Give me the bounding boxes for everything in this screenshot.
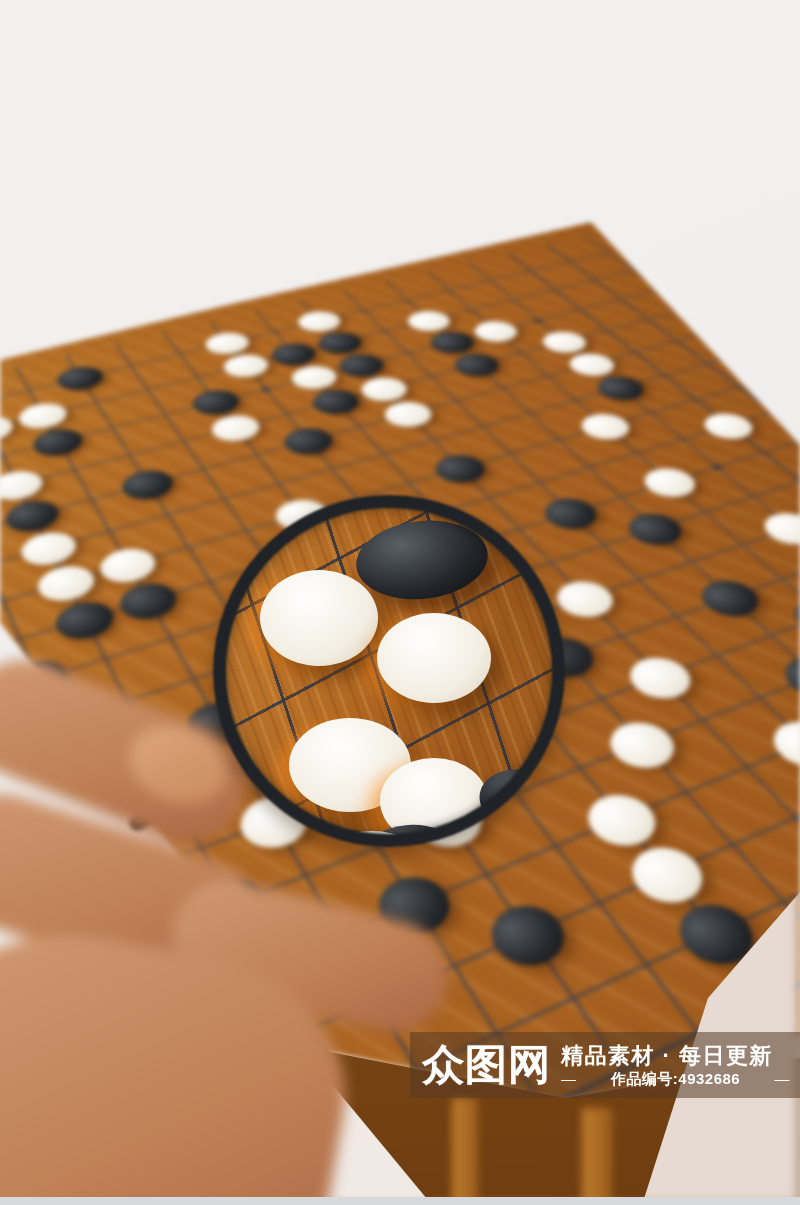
watermark-serial-row: — 作品编号:4932686 — — [561, 1070, 790, 1088]
watermark-logo: 众图网 — [422, 1044, 551, 1086]
magnifier — [213, 495, 565, 847]
watermark-serial: 作品编号:4932686 — [611, 1070, 740, 1088]
serial-dash-left: — — [561, 1070, 577, 1088]
serial-dash-right: — — [775, 1070, 791, 1088]
watermark-text-block: 精品素材 · 每日更新 — 作品编号:4932686 — — [561, 1042, 790, 1088]
magnifier-rim — [213, 495, 565, 847]
watermark-banner: 众图网 精品素材 · 每日更新 — 作品编号:4932686 — — [410, 1032, 800, 1098]
watermark-tagline: 精品素材 · 每日更新 — [561, 1042, 790, 1070]
bottom-strip — [0, 1197, 800, 1205]
photo-stage: 众图网 精品素材 · 每日更新 — 作品编号:4932686 — — [0, 0, 800, 1205]
